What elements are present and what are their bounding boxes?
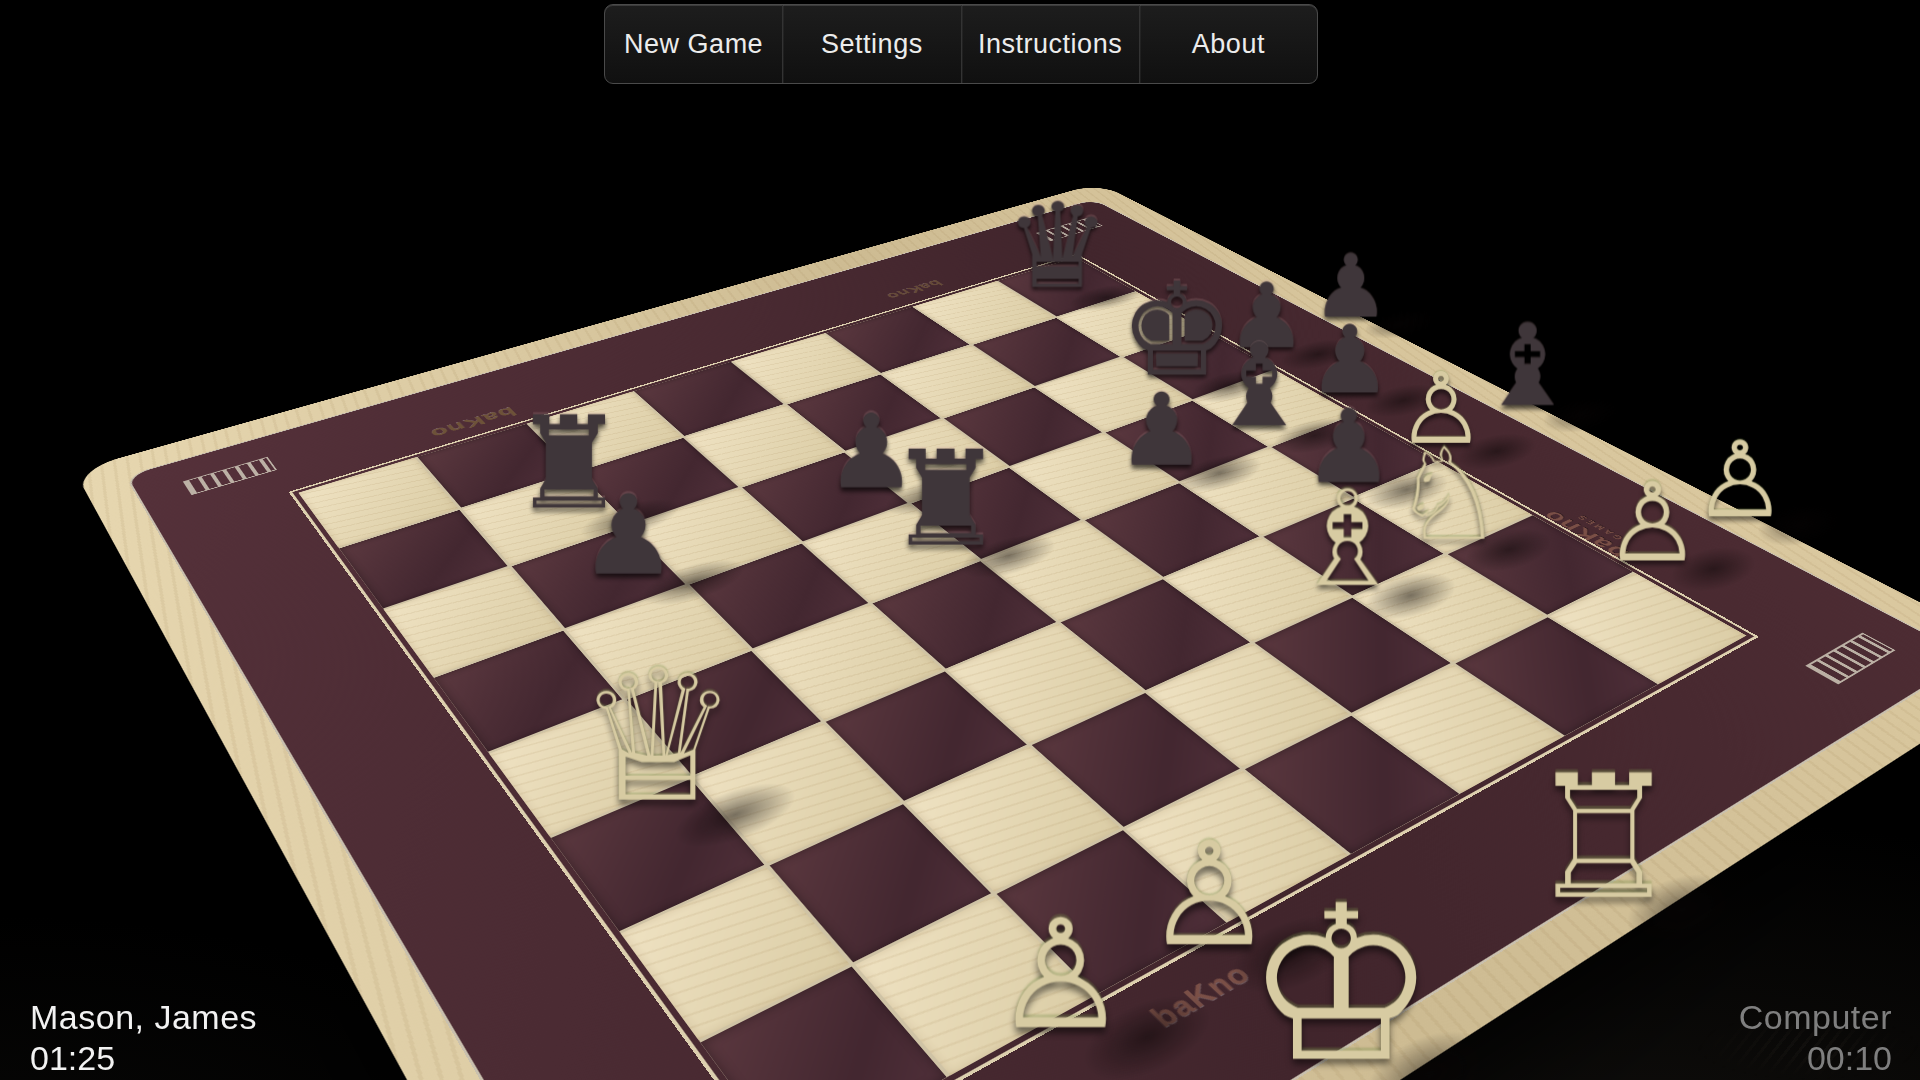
piece-glyph: ♙	[1582, 472, 1723, 572]
player-right-name: Computer	[1739, 998, 1892, 1037]
new-game-button[interactable]: New Game	[605, 5, 782, 83]
piece-glyph: ♗	[1275, 478, 1420, 600]
player-left-time: 01:25	[30, 1039, 257, 1078]
corner-inlay-icon	[1805, 633, 1895, 685]
player-left-name: Mason, James	[30, 998, 257, 1037]
player-right-clock: Computer 00:10	[1739, 998, 1892, 1078]
player-left-clock: Mason, James 01:25	[30, 998, 257, 1078]
piece-glyph: ♜	[876, 439, 1016, 560]
instructions-button[interactable]: Instructions	[961, 5, 1139, 83]
player-right-time: 00:10	[1739, 1039, 1892, 1078]
piece-glyph: ♖	[1513, 760, 1694, 917]
piece-glyph: ♛	[1002, 192, 1112, 300]
piece-glyph: ♔	[1241, 886, 1441, 1080]
board-logo: baKno	[883, 278, 947, 301]
piece-glyph: ♟	[557, 485, 700, 587]
piece-glyph: ♙	[963, 906, 1159, 1045]
playing-area-frame: ♜♟♟♚♟♟♜♟♝♟♟♝♙♗♘♙♙♙♙♔♖♛♕♖	[298, 257, 1746, 1080]
about-button[interactable]: About	[1139, 5, 1317, 83]
menu-bar: New Game Settings Instructions About	[604, 4, 1318, 84]
corner-inlay-icon	[183, 457, 277, 495]
piece-glyph: ♕	[574, 653, 744, 821]
settings-button[interactable]: Settings	[782, 5, 960, 83]
